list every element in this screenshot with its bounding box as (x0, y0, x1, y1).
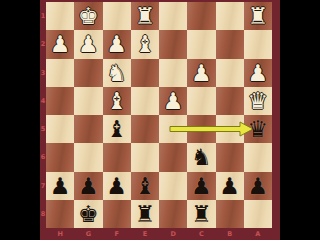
square-g8[interactable]: ♚ (74, 200, 102, 228)
square-f1[interactable] (103, 2, 131, 30)
square-e2[interactable]: ♝ (131, 30, 159, 58)
rank-label-5: 5 (40, 115, 46, 143)
piece-black-knight-c6[interactable]: ♞ (191, 143, 212, 171)
square-f2[interactable]: ♟ (103, 30, 131, 58)
square-f3[interactable]: ♞ (103, 59, 131, 87)
rank-label-8: 8 (40, 200, 46, 228)
square-c2[interactable] (187, 30, 215, 58)
square-a4[interactable]: ♛ (244, 87, 272, 115)
square-d2[interactable] (159, 30, 187, 58)
square-f5[interactable]: ♝ (103, 115, 131, 143)
square-d8[interactable] (159, 200, 187, 228)
square-c5[interactable] (187, 115, 215, 143)
square-g3[interactable] (74, 59, 102, 87)
square-b4[interactable] (216, 87, 244, 115)
square-a6[interactable] (244, 143, 272, 171)
piece-white-pawn-f2[interactable]: ♟ (106, 30, 127, 58)
square-e6[interactable] (131, 143, 159, 171)
square-b7[interactable]: ♟ (216, 172, 244, 200)
rank-label-3: 3 (40, 59, 46, 87)
square-b1[interactable] (216, 2, 244, 30)
chess-board[interactable]: ♚♜♜♟♟♟♝♞♟♟♝♟♛♝♛♞♟♟♟♝♟♟♟♚♜♜ (46, 2, 272, 228)
right-letterbox-bar (280, 0, 320, 240)
piece-black-rook-c8[interactable]: ♜ (191, 200, 212, 228)
square-g6[interactable] (74, 143, 102, 171)
file-label-a: A (244, 229, 272, 239)
rank-label-7: 7 (40, 172, 46, 200)
piece-black-bishop-e7[interactable]: ♝ (135, 172, 156, 200)
square-d4[interactable]: ♟ (159, 87, 187, 115)
square-d3[interactable] (159, 59, 187, 87)
piece-black-bishop-f5[interactable]: ♝ (106, 115, 127, 143)
square-b2[interactable] (216, 30, 244, 58)
piece-black-pawn-a7[interactable]: ♟ (248, 172, 269, 200)
piece-black-queen-a5[interactable]: ♛ (248, 115, 269, 143)
square-c1[interactable] (187, 2, 215, 30)
piece-black-pawn-g7[interactable]: ♟ (78, 172, 99, 200)
square-d7[interactable] (159, 172, 187, 200)
square-d5[interactable] (159, 115, 187, 143)
square-e1[interactable]: ♜ (131, 2, 159, 30)
square-b5[interactable] (216, 115, 244, 143)
file-label-g: G (74, 229, 102, 239)
square-a2[interactable] (244, 30, 272, 58)
square-h1[interactable] (46, 2, 74, 30)
square-h2[interactable]: ♟ (46, 30, 74, 58)
square-g7[interactable]: ♟ (74, 172, 102, 200)
chess-app-screenshot: ♚♜♜♟♟♟♝♞♟♟♝♟♛♝♛♞♟♟♟♝♟♟♟♚♜♜ 12345678 HGFE… (0, 0, 320, 240)
square-c3[interactable]: ♟ (187, 59, 215, 87)
square-b3[interactable] (216, 59, 244, 87)
square-f6[interactable] (103, 143, 131, 171)
file-label-h: H (46, 229, 74, 239)
piece-black-pawn-f7[interactable]: ♟ (106, 172, 127, 200)
piece-black-pawn-b7[interactable]: ♟ (219, 172, 240, 200)
square-f7[interactable]: ♟ (103, 172, 131, 200)
rank-label-6: 6 (40, 143, 46, 171)
square-c8[interactable]: ♜ (187, 200, 215, 228)
square-a5[interactable]: ♛ (244, 115, 272, 143)
file-label-c: C (187, 229, 215, 239)
square-h3[interactable] (46, 59, 74, 87)
piece-white-pawn-a3[interactable]: ♟ (248, 59, 269, 87)
piece-white-pawn-d4[interactable]: ♟ (163, 87, 184, 115)
square-e5[interactable] (131, 115, 159, 143)
square-f8[interactable] (103, 200, 131, 228)
square-b6[interactable] (216, 143, 244, 171)
piece-black-king-g8[interactable]: ♚ (78, 200, 99, 228)
square-h6[interactable] (46, 143, 74, 171)
square-h8[interactable] (46, 200, 74, 228)
file-label-f: F (103, 229, 131, 239)
square-a8[interactable] (244, 200, 272, 228)
square-c7[interactable]: ♟ (187, 172, 215, 200)
square-a3[interactable]: ♟ (244, 59, 272, 87)
square-g5[interactable] (74, 115, 102, 143)
piece-white-pawn-h2[interactable]: ♟ (50, 30, 71, 58)
square-e3[interactable] (131, 59, 159, 87)
square-f4[interactable]: ♝ (103, 87, 131, 115)
piece-white-king-g1[interactable]: ♚ (78, 2, 99, 30)
piece-black-rook-e8[interactable]: ♜ (135, 200, 156, 228)
file-label-e: E (131, 229, 159, 239)
square-h5[interactable] (46, 115, 74, 143)
square-c6[interactable]: ♞ (187, 143, 215, 171)
piece-white-bishop-f4[interactable]: ♝ (106, 87, 127, 115)
piece-black-pawn-c7[interactable]: ♟ (191, 172, 212, 200)
piece-white-rook-a1[interactable]: ♜ (248, 2, 269, 30)
piece-white-pawn-g2[interactable]: ♟ (78, 30, 99, 58)
square-g2[interactable]: ♟ (74, 30, 102, 58)
chess-board-frame: ♚♜♜♟♟♟♝♞♟♟♝♟♛♝♛♞♟♟♟♝♟♟♟♚♜♜ 12345678 HGFE… (40, 0, 280, 240)
rank-label-1: 1 (40, 2, 46, 30)
left-letterbox-bar (0, 0, 40, 240)
square-d6[interactable] (159, 143, 187, 171)
piece-white-knight-f3[interactable]: ♞ (106, 59, 127, 87)
piece-white-queen-a4[interactable]: ♛ (248, 87, 269, 115)
square-b8[interactable] (216, 200, 244, 228)
file-label-d: D (159, 229, 187, 239)
square-a7[interactable]: ♟ (244, 172, 272, 200)
square-e7[interactable]: ♝ (131, 172, 159, 200)
square-g4[interactable] (74, 87, 102, 115)
square-h7[interactable]: ♟ (46, 172, 74, 200)
piece-white-pawn-c3[interactable]: ♟ (191, 59, 212, 87)
piece-white-rook-e1[interactable]: ♜ (135, 2, 156, 30)
square-a1[interactable]: ♜ (244, 2, 272, 30)
rank-label-2: 2 (40, 30, 46, 58)
square-c4[interactable] (187, 87, 215, 115)
piece-white-bishop-e2[interactable]: ♝ (135, 30, 156, 58)
square-d1[interactable] (159, 2, 187, 30)
square-e4[interactable] (131, 87, 159, 115)
square-e8[interactable]: ♜ (131, 200, 159, 228)
piece-black-pawn-h7[interactable]: ♟ (50, 172, 71, 200)
rank-label-4: 4 (40, 87, 46, 115)
square-g1[interactable]: ♚ (74, 2, 102, 30)
square-h4[interactable] (46, 87, 74, 115)
file-label-b: B (216, 229, 244, 239)
